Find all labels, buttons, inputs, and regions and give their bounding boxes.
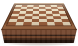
case-front-side bbox=[0, 29, 78, 43]
board-grid bbox=[7, 5, 71, 26]
square-d1 bbox=[31, 22, 39, 25]
chess-board bbox=[1, 3, 77, 30]
chess-board-photo bbox=[0, 0, 78, 46]
board-frame bbox=[1, 4, 77, 30]
square-h1 bbox=[62, 22, 71, 25]
